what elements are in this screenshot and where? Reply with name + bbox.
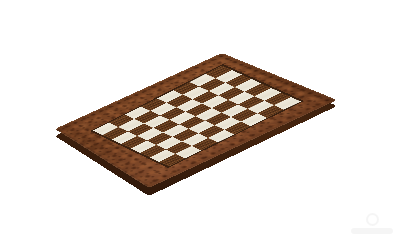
chess-board-photo bbox=[0, 0, 400, 248]
watermark bbox=[350, 213, 394, 237]
watermark-logo-icon bbox=[366, 213, 379, 226]
watermark-text-illegible bbox=[351, 228, 393, 234]
